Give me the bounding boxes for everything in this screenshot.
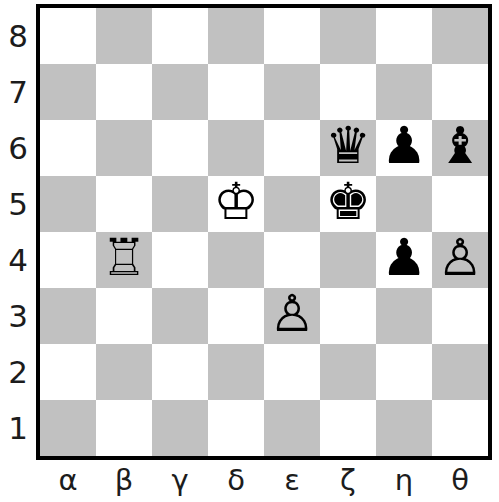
piece-wr-β4: ♖ (101, 230, 147, 286)
square-ζ6[interactable]: ♛ (320, 120, 376, 176)
square-η8[interactable] (376, 8, 432, 64)
square-ε3[interactable]: ♙ (264, 288, 320, 344)
piece-bp-η6: ♟ (381, 118, 427, 174)
square-ε1[interactable] (264, 400, 320, 456)
square-γ7[interactable] (152, 64, 208, 120)
square-β6[interactable] (96, 120, 152, 176)
square-ε7[interactable] (264, 64, 320, 120)
square-ε6[interactable] (264, 120, 320, 176)
piece-wk-δ5: ♔ (213, 174, 259, 230)
square-θ5[interactable] (432, 176, 488, 232)
square-ζ1[interactable] (320, 400, 376, 456)
square-α2[interactable] (40, 344, 96, 400)
square-θ3[interactable] (432, 288, 488, 344)
square-η7[interactable] (376, 64, 432, 120)
square-θ4[interactable]: ♙ (432, 232, 488, 288)
square-β4[interactable]: ♖ (96, 232, 152, 288)
file-label-ζ: ζ (320, 460, 376, 498)
square-θ7[interactable] (432, 64, 488, 120)
rank-label-7: 7 (0, 64, 36, 120)
rank-label-8: 8 (0, 8, 36, 64)
square-β3[interactable] (96, 288, 152, 344)
piece-wp-θ4: ♙ (437, 230, 483, 286)
piece-bb-θ6: ♝ (437, 118, 483, 174)
square-α3[interactable] (40, 288, 96, 344)
square-η2[interactable] (376, 344, 432, 400)
rank-labels: 87654321 (0, 0, 36, 460)
square-δ5[interactable]: ♔ (208, 176, 264, 232)
square-γ4[interactable] (152, 232, 208, 288)
square-θ8[interactable] (432, 8, 488, 64)
square-η6[interactable]: ♟ (376, 120, 432, 176)
chess-board: ♛♟♝♔♚♖♟♙♙ (36, 4, 492, 460)
square-δ3[interactable] (208, 288, 264, 344)
square-ε5[interactable] (264, 176, 320, 232)
square-γ2[interactable] (152, 344, 208, 400)
square-ε2[interactable] (264, 344, 320, 400)
chess-diagram: 87654321 ♛♟♝♔♚♖♟♙♙ αβγδεζηθ (0, 0, 499, 502)
square-δ4[interactable] (208, 232, 264, 288)
square-α4[interactable] (40, 232, 96, 288)
file-label-δ: δ (208, 460, 264, 498)
square-ζ3[interactable] (320, 288, 376, 344)
square-β8[interactable] (96, 8, 152, 64)
piece-bq-ζ6: ♛ (325, 118, 371, 174)
square-β5[interactable] (96, 176, 152, 232)
square-β2[interactable] (96, 344, 152, 400)
square-δ7[interactable] (208, 64, 264, 120)
square-δ2[interactable] (208, 344, 264, 400)
piece-bp-η4: ♟ (381, 230, 427, 286)
square-η4[interactable]: ♟ (376, 232, 432, 288)
square-ζ4[interactable] (320, 232, 376, 288)
rank-label-1: 1 (0, 400, 36, 456)
square-η1[interactable] (376, 400, 432, 456)
file-label-γ: γ (152, 460, 208, 498)
square-θ1[interactable] (432, 400, 488, 456)
file-label-ε: ε (264, 460, 320, 498)
file-label-θ: θ (432, 460, 488, 498)
square-δ6[interactable] (208, 120, 264, 176)
file-labels: αβγδεζηθ (40, 460, 499, 498)
file-label-α: α (40, 460, 96, 498)
piece-bk-ζ5: ♚ (325, 174, 371, 230)
square-ε4[interactable] (264, 232, 320, 288)
rank-label-6: 6 (0, 120, 36, 176)
square-γ1[interactable] (152, 400, 208, 456)
square-η3[interactable] (376, 288, 432, 344)
square-ε8[interactable] (264, 8, 320, 64)
rank-label-2: 2 (0, 344, 36, 400)
rank-label-3: 3 (0, 288, 36, 344)
square-α1[interactable] (40, 400, 96, 456)
square-ζ5[interactable]: ♚ (320, 176, 376, 232)
square-γ6[interactable] (152, 120, 208, 176)
square-ζ8[interactable] (320, 8, 376, 64)
square-η5[interactable] (376, 176, 432, 232)
square-δ8[interactable] (208, 8, 264, 64)
square-ζ2[interactable] (320, 344, 376, 400)
square-α7[interactable] (40, 64, 96, 120)
square-β1[interactable] (96, 400, 152, 456)
square-γ3[interactable] (152, 288, 208, 344)
board-wrap: 87654321 ♛♟♝♔♚♖♟♙♙ (0, 0, 499, 460)
rank-label-5: 5 (0, 176, 36, 232)
file-label-β: β (96, 460, 152, 498)
square-γ5[interactable] (152, 176, 208, 232)
square-ζ7[interactable] (320, 64, 376, 120)
square-θ2[interactable] (432, 344, 488, 400)
file-label-η: η (376, 460, 432, 498)
square-α8[interactable] (40, 8, 96, 64)
square-θ6[interactable]: ♝ (432, 120, 488, 176)
square-γ8[interactable] (152, 8, 208, 64)
piece-wp-ε3: ♙ (269, 286, 315, 342)
square-δ1[interactable] (208, 400, 264, 456)
square-α6[interactable] (40, 120, 96, 176)
square-β7[interactable] (96, 64, 152, 120)
rank-label-4: 4 (0, 232, 36, 288)
square-α5[interactable] (40, 176, 96, 232)
